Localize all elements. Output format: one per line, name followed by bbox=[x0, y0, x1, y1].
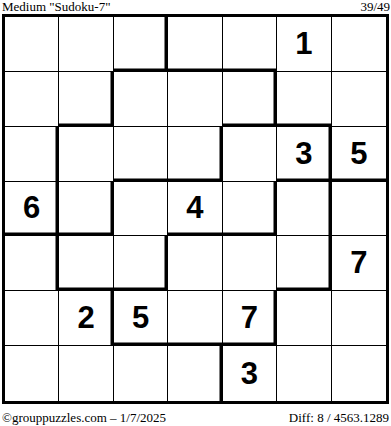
puzzle-page: { "game": "jigsaw-sudoku-7x7", "header":… bbox=[0, 0, 391, 426]
cell-r2c1[interactable] bbox=[5, 72, 59, 127]
cell-r3c3[interactable] bbox=[114, 127, 168, 182]
cell-r2c4[interactable] bbox=[168, 72, 222, 127]
header: Medium "Sudoku-7" 39/49 bbox=[0, 0, 391, 14]
cell-r7c3[interactable] bbox=[114, 346, 168, 401]
cell-r7c2[interactable] bbox=[59, 346, 113, 401]
cell-r4c7[interactable] bbox=[332, 182, 386, 237]
cell-r3c1[interactable] bbox=[5, 127, 59, 182]
cell-r4c4[interactable]: 4 bbox=[168, 182, 222, 237]
cell-r7c5[interactable]: 3 bbox=[223, 346, 277, 401]
cell-r1c6[interactable]: 1 bbox=[277, 17, 331, 72]
cell-r6c4[interactable] bbox=[168, 291, 222, 346]
cell-r4c1[interactable]: 6 bbox=[5, 182, 59, 237]
footer: ©grouppuzzles.com – 1/7/2025 Diff: 8 / 4… bbox=[0, 410, 391, 425]
copyright-date: ©grouppuzzles.com – 1/7/2025 bbox=[0, 410, 166, 425]
cell-r7c7[interactable] bbox=[332, 346, 386, 401]
cell-r5c6[interactable] bbox=[277, 236, 331, 291]
empty-cell-counter: 39/49 bbox=[360, 0, 390, 14]
cell-r5c5[interactable] bbox=[223, 236, 277, 291]
cell-r4c5[interactable] bbox=[223, 182, 277, 237]
cell-r7c1[interactable] bbox=[5, 346, 59, 401]
cell-r5c2[interactable] bbox=[59, 236, 113, 291]
cell-r1c5[interactable] bbox=[223, 17, 277, 72]
cell-r6c5[interactable]: 7 bbox=[223, 291, 277, 346]
cell-r5c7[interactable]: 7 bbox=[332, 236, 386, 291]
cell-r4c2[interactable] bbox=[59, 182, 113, 237]
cell-r7c6[interactable] bbox=[277, 346, 331, 401]
cell-r4c3[interactable] bbox=[114, 182, 168, 237]
cell-r1c4[interactable] bbox=[168, 17, 222, 72]
cell-r1c2[interactable] bbox=[59, 17, 113, 72]
difficulty-rating: Diff: 8 / 4563.1289 bbox=[289, 410, 391, 425]
cell-r5c4[interactable] bbox=[168, 236, 222, 291]
cell-r3c5[interactable] bbox=[223, 127, 277, 182]
cell-r3c4[interactable] bbox=[168, 127, 222, 182]
cell-r6c1[interactable] bbox=[5, 291, 59, 346]
cell-r2c6[interactable] bbox=[277, 72, 331, 127]
cell-r2c3[interactable] bbox=[114, 72, 168, 127]
cell-r6c3[interactable]: 5 bbox=[114, 291, 168, 346]
cell-r7c4[interactable] bbox=[168, 346, 222, 401]
cell-r3c2[interactable] bbox=[59, 127, 113, 182]
cell-r1c3[interactable] bbox=[114, 17, 168, 72]
cell-r6c7[interactable] bbox=[332, 291, 386, 346]
cell-r1c7[interactable] bbox=[332, 17, 386, 72]
cell-r5c1[interactable] bbox=[5, 236, 59, 291]
cell-r1c1[interactable] bbox=[5, 17, 59, 72]
cell-r3c7[interactable]: 5 bbox=[332, 127, 386, 182]
cell-r6c2[interactable]: 2 bbox=[59, 291, 113, 346]
cell-r6c6[interactable] bbox=[277, 291, 331, 346]
cell-r2c7[interactable] bbox=[332, 72, 386, 127]
cell-r4c6[interactable] bbox=[277, 182, 331, 237]
cell-r5c3[interactable] bbox=[114, 236, 168, 291]
page-title: Medium "Sudoku-7" bbox=[2, 0, 110, 14]
cell-r3c6[interactable]: 3 bbox=[277, 127, 331, 182]
cell-r2c5[interactable] bbox=[223, 72, 277, 127]
cell-r2c2[interactable] bbox=[59, 72, 113, 127]
sudoku-grid: 1356472573 bbox=[2, 14, 389, 404]
